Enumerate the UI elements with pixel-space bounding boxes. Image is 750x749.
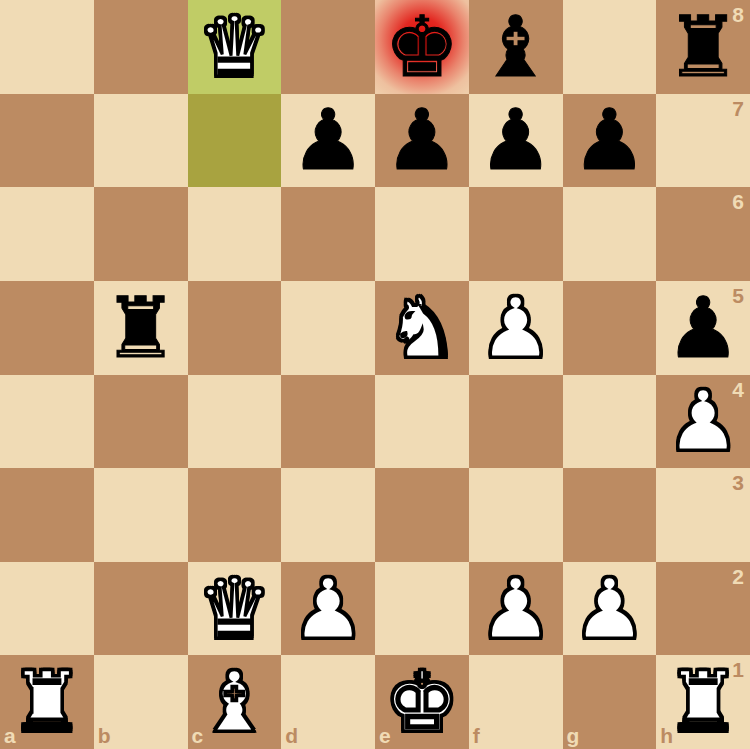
square-a4[interactable] (0, 375, 94, 469)
black-pawn-piece[interactable]: ♟ (656, 281, 750, 375)
square-c6[interactable] (188, 187, 282, 281)
square-g5[interactable] (563, 281, 657, 375)
white-queen-piece[interactable]: ♛ (188, 562, 282, 656)
square-e8[interactable]: ♚ (375, 0, 469, 94)
square-c1[interactable]: ♝c (188, 655, 282, 749)
square-d3[interactable] (281, 468, 375, 562)
white-rook-piece[interactable]: ♜ (656, 655, 750, 749)
square-d7[interactable]: ♟ (281, 94, 375, 188)
rank-label-7: 7 (732, 98, 744, 119)
square-f5[interactable]: ♟ (469, 281, 563, 375)
square-a6[interactable] (0, 187, 94, 281)
square-d1[interactable]: d (281, 655, 375, 749)
square-b3[interactable] (94, 468, 188, 562)
square-c2[interactable]: ♛ (188, 562, 282, 656)
white-queen-piece[interactable]: ♛ (188, 0, 282, 94)
square-a5[interactable] (0, 281, 94, 375)
square-g7[interactable]: ♟ (563, 94, 657, 188)
square-e4[interactable] (375, 375, 469, 469)
square-f8[interactable]: ♝ (469, 0, 563, 94)
square-g1[interactable]: g (563, 655, 657, 749)
black-pawn-piece[interactable]: ♟ (563, 94, 657, 188)
square-g2[interactable]: ♟ (563, 562, 657, 656)
square-a2[interactable] (0, 562, 94, 656)
square-b5[interactable]: ♜ (94, 281, 188, 375)
square-d4[interactable] (281, 375, 375, 469)
square-h2[interactable]: 2 (656, 562, 750, 656)
square-e7[interactable]: ♟ (375, 94, 469, 188)
square-f2[interactable]: ♟ (469, 562, 563, 656)
square-c7[interactable] (188, 94, 282, 188)
square-d5[interactable] (281, 281, 375, 375)
white-pawn-piece[interactable]: ♟ (469, 281, 563, 375)
square-h5[interactable]: ♟5 (656, 281, 750, 375)
square-a3[interactable] (0, 468, 94, 562)
square-e5[interactable]: ♞ (375, 281, 469, 375)
black-rook-piece[interactable]: ♜ (94, 281, 188, 375)
black-pawn-piece[interactable]: ♟ (469, 94, 563, 188)
white-pawn-piece[interactable]: ♟ (281, 562, 375, 656)
square-b6[interactable] (94, 187, 188, 281)
black-king-piece[interactable]: ♚ (375, 0, 469, 94)
square-b7[interactable] (94, 94, 188, 188)
square-d8[interactable] (281, 0, 375, 94)
square-h1[interactable]: ♜h1 (656, 655, 750, 749)
black-pawn-piece[interactable]: ♟ (281, 94, 375, 188)
square-a1[interactable]: ♜a (0, 655, 94, 749)
square-h4[interactable]: ♟4 (656, 375, 750, 469)
square-c3[interactable] (188, 468, 282, 562)
square-e2[interactable] (375, 562, 469, 656)
rank-label-6: 6 (732, 191, 744, 212)
square-e1[interactable]: ♚e (375, 655, 469, 749)
square-c4[interactable] (188, 375, 282, 469)
square-e6[interactable] (375, 187, 469, 281)
rank-label-2: 2 (732, 566, 744, 587)
square-b8[interactable] (94, 0, 188, 94)
square-d6[interactable] (281, 187, 375, 281)
square-b4[interactable] (94, 375, 188, 469)
file-label-g: g (567, 725, 580, 746)
black-bishop-piece[interactable]: ♝ (469, 0, 563, 94)
white-pawn-piece[interactable]: ♟ (469, 562, 563, 656)
square-b1[interactable]: b (94, 655, 188, 749)
square-h8[interactable]: ♜8 (656, 0, 750, 94)
square-c8[interactable]: ♛ (188, 0, 282, 94)
white-rook-piece[interactable]: ♜ (0, 655, 94, 749)
square-f1[interactable]: f (469, 655, 563, 749)
square-f6[interactable] (469, 187, 563, 281)
square-f3[interactable] (469, 468, 563, 562)
chess-board: ♛♚♝♜8♟♟♟♟76♜♞♟♟5♟43♛♟♟♟2♜ab♝cd♚efg♜h1 (0, 0, 750, 749)
square-f7[interactable]: ♟ (469, 94, 563, 188)
file-label-b: b (98, 725, 111, 746)
black-rook-piece[interactable]: ♜ (656, 0, 750, 94)
square-g4[interactable] (563, 375, 657, 469)
square-h6[interactable]: 6 (656, 187, 750, 281)
white-knight-piece[interactable]: ♞ (375, 281, 469, 375)
white-pawn-piece[interactable]: ♟ (656, 375, 750, 469)
square-h3[interactable]: 3 (656, 468, 750, 562)
black-pawn-piece[interactable]: ♟ (375, 94, 469, 188)
square-h7[interactable]: 7 (656, 94, 750, 188)
white-bishop-piece[interactable]: ♝ (188, 655, 282, 749)
square-c5[interactable] (188, 281, 282, 375)
white-pawn-piece[interactable]: ♟ (563, 562, 657, 656)
square-g8[interactable] (563, 0, 657, 94)
square-g3[interactable] (563, 468, 657, 562)
square-d2[interactable]: ♟ (281, 562, 375, 656)
file-label-f: f (473, 725, 480, 746)
file-label-d: d (285, 725, 298, 746)
white-king-piece[interactable]: ♚ (375, 655, 469, 749)
square-b2[interactable] (94, 562, 188, 656)
square-a7[interactable] (0, 94, 94, 188)
square-a8[interactable] (0, 0, 94, 94)
rank-label-3: 3 (732, 472, 744, 493)
square-e3[interactable] (375, 468, 469, 562)
square-g6[interactable] (563, 187, 657, 281)
square-f4[interactable] (469, 375, 563, 469)
